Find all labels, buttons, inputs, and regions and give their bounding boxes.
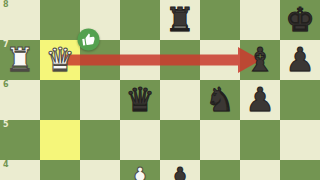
square-h5[interactable] [280,120,320,160]
square-e6[interactable] [160,80,200,120]
black-queen-d6[interactable]: ♛ [120,80,160,120]
square-f8[interactable] [200,0,240,40]
square-f7[interactable] [200,40,240,80]
square-d4[interactable]: ♟ [120,160,160,180]
square-a6[interactable]: 6 [0,80,40,120]
square-b8[interactable] [40,0,80,40]
square-b5[interactable] [40,120,80,160]
chess-board: 8♜♚7♜♛♝♟6♛♞♟54♟♟ [0,0,320,180]
square-f4[interactable] [200,160,240,180]
square-a7[interactable]: 7♜ [0,40,40,80]
square-e5[interactable] [160,120,200,160]
square-g8[interactable] [240,0,280,40]
good-move-badge [77,28,100,51]
square-d8[interactable] [120,0,160,40]
black-knight-f6[interactable]: ♞ [200,80,240,120]
square-b7[interactable]: ♛ [40,40,80,80]
square-a8[interactable]: 8 [0,0,40,40]
rank-label-8: 8 [3,1,9,10]
square-f6[interactable]: ♞ [200,80,240,120]
square-h8[interactable]: ♚ [280,0,320,40]
square-c4[interactable] [80,160,120,180]
rank-label-6: 6 [3,81,9,90]
square-e8[interactable]: ♜ [160,0,200,40]
square-a5[interactable]: 5 [0,120,40,160]
square-f5[interactable] [200,120,240,160]
square-g5[interactable] [240,120,280,160]
square-g4[interactable] [240,160,280,180]
square-b6[interactable] [40,80,80,120]
square-d5[interactable] [120,120,160,160]
square-e7[interactable] [160,40,200,80]
square-h4[interactable] [280,160,320,180]
black-pawn-e4[interactable]: ♟ [160,160,200,180]
square-b4[interactable] [40,160,80,180]
black-bishop-g7[interactable]: ♝ [240,40,280,80]
white-queen-b7[interactable]: ♛ [40,40,80,80]
white-rook-a7[interactable]: ♜ [0,40,40,80]
square-a4[interactable]: 4 [0,160,40,180]
square-d7[interactable] [120,40,160,80]
square-d6[interactable]: ♛ [120,80,160,120]
square-g6[interactable]: ♟ [240,80,280,120]
square-e4[interactable]: ♟ [160,160,200,180]
white-pawn-d4[interactable]: ♟ [120,160,160,180]
square-c6[interactable] [80,80,120,120]
rank-label-4: 4 [3,161,9,170]
black-rook-e8[interactable]: ♜ [160,0,200,40]
black-king-h8[interactable]: ♚ [280,0,320,40]
square-h6[interactable] [280,80,320,120]
square-h7[interactable]: ♟ [280,40,320,80]
black-pawn-h7[interactable]: ♟ [280,40,320,80]
black-pawn-g6[interactable]: ♟ [240,80,280,120]
square-g7[interactable]: ♝ [240,40,280,80]
rank-label-5: 5 [3,121,9,130]
square-c5[interactable] [80,120,120,160]
